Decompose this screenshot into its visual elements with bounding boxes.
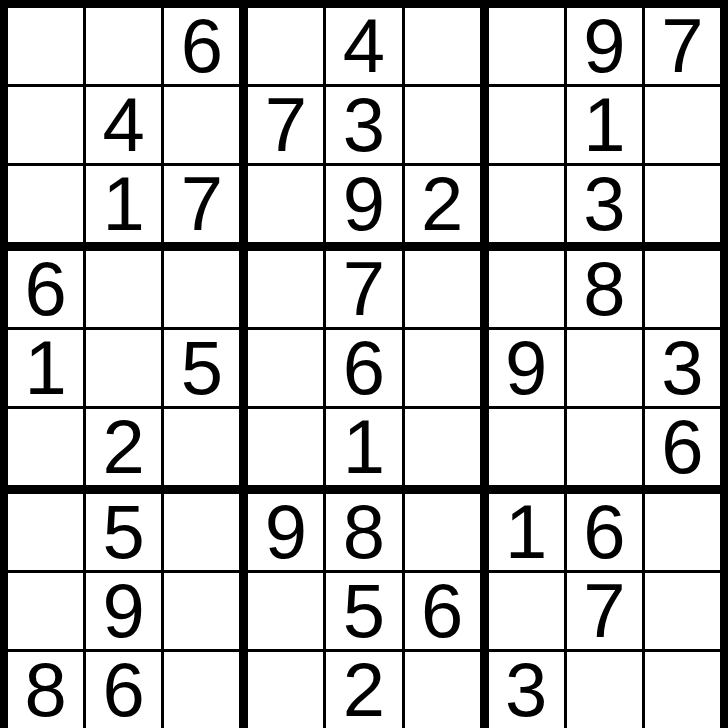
cell-r3c8[interactable]: 3 [567, 166, 642, 242]
given-digit: 6 [24, 251, 66, 327]
cell-r7c4[interactable]: 9 [248, 494, 323, 570]
cell-r2c2[interactable]: 4 [86, 87, 161, 163]
cell-r5c1[interactable]: 1 [8, 330, 83, 406]
given-digit: 7 [343, 251, 385, 327]
cell-r8c4[interactable] [248, 573, 323, 649]
cell-r2c6[interactable] [405, 87, 480, 163]
cell-r8c5[interactable]: 5 [326, 573, 401, 649]
box-2-1: 6152 [8, 251, 239, 485]
cell-r7c8[interactable]: 6 [567, 494, 642, 570]
cell-r4c4[interactable] [248, 251, 323, 327]
cell-r6c1[interactable] [8, 409, 83, 485]
cell-r2c8[interactable]: 1 [567, 87, 642, 163]
given-digit: 5 [343, 573, 385, 649]
cell-r9c9[interactable] [645, 652, 720, 728]
cell-r1c4[interactable] [248, 8, 323, 84]
given-digit: 3 [583, 166, 625, 242]
cell-r5c8[interactable] [567, 330, 642, 406]
sudoku-puzzle: 6417473929713615276189365986985621673 [0, 0, 728, 728]
cell-r5c5[interactable]: 6 [326, 330, 401, 406]
cell-r8c9[interactable] [645, 573, 720, 649]
cell-r7c7[interactable]: 1 [489, 494, 564, 570]
cell-r4c9[interactable] [645, 251, 720, 327]
cell-r5c3[interactable]: 5 [164, 330, 239, 406]
cell-r4c8[interactable]: 8 [567, 251, 642, 327]
cell-r3c7[interactable] [489, 166, 564, 242]
given-digit: 9 [265, 494, 307, 570]
given-digit: 2 [421, 166, 463, 242]
cell-r6c3[interactable] [164, 409, 239, 485]
given-digit: 1 [103, 166, 145, 242]
cell-r5c2[interactable] [86, 330, 161, 406]
box-1-3: 9713 [489, 8, 720, 242]
box-2-3: 8936 [489, 251, 720, 485]
given-digit: 3 [505, 652, 547, 728]
cell-r2c3[interactable] [164, 87, 239, 163]
box-1-1: 6417 [8, 8, 239, 242]
cell-r4c6[interactable] [405, 251, 480, 327]
cell-r3c5[interactable]: 9 [326, 166, 401, 242]
given-digit: 5 [103, 494, 145, 570]
cell-r9c7[interactable]: 3 [489, 652, 564, 728]
cell-r3c4[interactable] [248, 166, 323, 242]
cell-r6c5[interactable]: 1 [326, 409, 401, 485]
cell-r6c8[interactable] [567, 409, 642, 485]
cell-r9c6[interactable] [405, 652, 480, 728]
given-digit: 8 [583, 251, 625, 327]
given-digit: 6 [583, 494, 625, 570]
cell-r5c6[interactable] [405, 330, 480, 406]
cell-r6c7[interactable] [489, 409, 564, 485]
cell-r8c3[interactable] [164, 573, 239, 649]
given-digit: 6 [661, 409, 703, 485]
box-3-2: 98562 [248, 494, 479, 728]
given-digit: 6 [181, 8, 223, 84]
given-digit: 3 [343, 87, 385, 163]
given-digit: 7 [583, 573, 625, 649]
cell-r1c5[interactable]: 4 [326, 8, 401, 84]
cell-r9c3[interactable] [164, 652, 239, 728]
box-1-2: 47392 [248, 8, 479, 242]
cell-r7c1[interactable] [8, 494, 83, 570]
cell-r1c8[interactable]: 9 [567, 8, 642, 84]
given-digit: 7 [265, 87, 307, 163]
cell-r7c5[interactable]: 8 [326, 494, 401, 570]
cell-r7c9[interactable] [645, 494, 720, 570]
given-digit: 1 [583, 87, 625, 163]
cell-r8c7[interactable] [489, 573, 564, 649]
sudoku-board: 6417473929713615276189365986985621673 [0, 0, 728, 728]
given-digit: 9 [583, 8, 625, 84]
cell-r9c8[interactable] [567, 652, 642, 728]
given-digit: 8 [343, 494, 385, 570]
cell-r8c8[interactable]: 7 [567, 573, 642, 649]
cell-r2c9[interactable] [645, 87, 720, 163]
cell-r1c3[interactable]: 6 [164, 8, 239, 84]
cell-r4c3[interactable] [164, 251, 239, 327]
given-digit: 7 [661, 8, 703, 84]
cell-r4c2[interactable] [86, 251, 161, 327]
given-digit: 9 [103, 573, 145, 649]
cell-r1c1[interactable] [8, 8, 83, 84]
cell-r4c7[interactable] [489, 251, 564, 327]
cell-r9c2[interactable]: 6 [86, 652, 161, 728]
cell-r7c6[interactable] [405, 494, 480, 570]
given-digit: 1 [505, 494, 547, 570]
given-digit: 9 [505, 330, 547, 406]
given-digit: 6 [421, 573, 463, 649]
cell-r8c1[interactable] [8, 573, 83, 649]
cell-r8c6[interactable]: 6 [405, 573, 480, 649]
cell-r7c3[interactable] [164, 494, 239, 570]
cell-r1c9[interactable]: 7 [645, 8, 720, 84]
cell-r3c2[interactable]: 1 [86, 166, 161, 242]
cell-r9c1[interactable]: 8 [8, 652, 83, 728]
cell-r7c2[interactable]: 5 [86, 494, 161, 570]
given-digit: 8 [24, 652, 66, 728]
given-digit: 4 [103, 87, 145, 163]
given-digit: 1 [24, 330, 66, 406]
cell-r6c2[interactable]: 2 [86, 409, 161, 485]
cell-r2c4[interactable]: 7 [248, 87, 323, 163]
cell-r5c9[interactable]: 3 [645, 330, 720, 406]
cell-r5c4[interactable] [248, 330, 323, 406]
cell-r1c7[interactable] [489, 8, 564, 84]
box-3-3: 1673 [489, 494, 720, 728]
given-digit: 6 [103, 652, 145, 728]
given-digit: 7 [181, 166, 223, 242]
cell-r2c7[interactable] [489, 87, 564, 163]
cell-r2c5[interactable]: 3 [326, 87, 401, 163]
cell-r3c6[interactable]: 2 [405, 166, 480, 242]
given-digit: 2 [343, 652, 385, 728]
cell-r3c3[interactable]: 7 [164, 166, 239, 242]
cell-r6c6[interactable] [405, 409, 480, 485]
cell-r4c5[interactable]: 7 [326, 251, 401, 327]
cell-r6c4[interactable] [248, 409, 323, 485]
given-digit: 2 [103, 409, 145, 485]
cell-r9c4[interactable] [248, 652, 323, 728]
given-digit: 4 [343, 8, 385, 84]
cell-r1c6[interactable] [405, 8, 480, 84]
box-3-1: 5986 [8, 494, 239, 728]
cell-r5c7[interactable]: 9 [489, 330, 564, 406]
given-digit: 3 [661, 330, 703, 406]
cell-r2c1[interactable] [8, 87, 83, 163]
box-2-2: 761 [248, 251, 479, 485]
given-digit: 5 [181, 330, 223, 406]
cell-r6c9[interactable]: 6 [645, 409, 720, 485]
cell-r9c5[interactable]: 2 [326, 652, 401, 728]
cell-r1c2[interactable] [86, 8, 161, 84]
cell-r4c1[interactable]: 6 [8, 251, 83, 327]
given-digit: 9 [343, 166, 385, 242]
given-digit: 6 [343, 330, 385, 406]
cell-r3c1[interactable] [8, 166, 83, 242]
cell-r3c9[interactable] [645, 166, 720, 242]
cell-r8c2[interactable]: 9 [86, 573, 161, 649]
given-digit: 1 [343, 409, 385, 485]
